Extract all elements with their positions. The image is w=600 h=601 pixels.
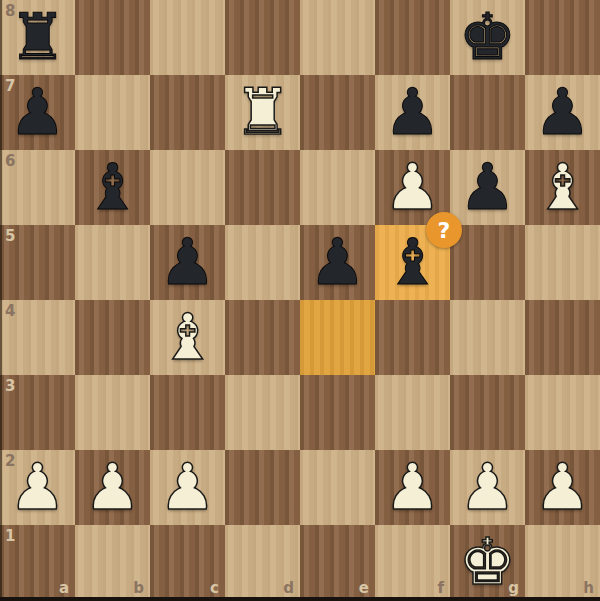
- square-c3[interactable]: [150, 375, 225, 450]
- file-label-a: a: [59, 579, 69, 597]
- white-bishop[interactable]: ♝: [159, 300, 216, 375]
- square-f2[interactable]: ♟: [375, 450, 450, 525]
- square-g6[interactable]: ♟: [450, 150, 525, 225]
- board-left-edge: [0, 0, 2, 601]
- rank-label-1: 1: [5, 527, 15, 545]
- square-b4[interactable]: [75, 300, 150, 375]
- square-c8[interactable]: [150, 0, 225, 75]
- black-bishop[interactable]: ♝: [84, 150, 141, 225]
- square-e7[interactable]: [300, 75, 375, 150]
- square-f8[interactable]: [375, 0, 450, 75]
- square-h8[interactable]: [525, 0, 600, 75]
- black-pawn[interactable]: ♟: [534, 75, 591, 150]
- square-b2[interactable]: ♟: [75, 450, 150, 525]
- black-pawn[interactable]: ♟: [9, 75, 66, 150]
- square-d2[interactable]: [225, 450, 300, 525]
- black-pawn[interactable]: ♟: [384, 75, 441, 150]
- chess-app: 8♜♚7♟♜♟♟6♝♟♟♝5♟♟♝4♝32♟♟♟♟♟♟1abcdefg♚h ?: [0, 0, 600, 601]
- square-g8[interactable]: ♚: [450, 0, 525, 75]
- square-e6[interactable]: [300, 150, 375, 225]
- white-rook[interactable]: ♜: [234, 75, 291, 150]
- square-h5[interactable]: [525, 225, 600, 300]
- square-h1[interactable]: h: [525, 525, 600, 600]
- square-b5[interactable]: [75, 225, 150, 300]
- file-label-b: b: [133, 579, 144, 597]
- square-d4[interactable]: [225, 300, 300, 375]
- square-h2[interactable]: ♟: [525, 450, 600, 525]
- square-d6[interactable]: [225, 150, 300, 225]
- black-rook[interactable]: ♜: [9, 0, 66, 75]
- square-g3[interactable]: [450, 375, 525, 450]
- square-a2[interactable]: 2♟: [0, 450, 75, 525]
- square-e8[interactable]: [300, 0, 375, 75]
- square-b8[interactable]: [75, 0, 150, 75]
- white-king[interactable]: ♚: [459, 525, 516, 600]
- square-e5[interactable]: ♟: [300, 225, 375, 300]
- square-e4[interactable]: [300, 300, 375, 375]
- white-pawn[interactable]: ♟: [9, 450, 66, 525]
- white-pawn[interactable]: ♟: [84, 450, 141, 525]
- square-g2[interactable]: ♟: [450, 450, 525, 525]
- black-pawn[interactable]: ♟: [459, 150, 516, 225]
- file-label-d: d: [283, 579, 294, 597]
- square-c2[interactable]: ♟: [150, 450, 225, 525]
- square-a7[interactable]: 7♟: [0, 75, 75, 150]
- file-label-c: c: [210, 579, 219, 597]
- white-pawn[interactable]: ♟: [384, 450, 441, 525]
- white-pawn[interactable]: ♟: [459, 450, 516, 525]
- square-c7[interactable]: [150, 75, 225, 150]
- black-pawn[interactable]: ♟: [159, 225, 216, 300]
- square-a1[interactable]: 1a: [0, 525, 75, 600]
- square-e3[interactable]: [300, 375, 375, 450]
- square-g4[interactable]: [450, 300, 525, 375]
- square-d5[interactable]: [225, 225, 300, 300]
- rank-label-5: 5: [5, 227, 15, 245]
- square-g7[interactable]: [450, 75, 525, 150]
- board-bottom-edge: [0, 597, 600, 601]
- rank-label-4: 4: [5, 302, 15, 320]
- mistake-badge: ?: [426, 212, 462, 248]
- square-f3[interactable]: [375, 375, 450, 450]
- black-king[interactable]: ♚: [459, 0, 516, 75]
- white-pawn[interactable]: ♟: [384, 150, 441, 225]
- square-a6[interactable]: 6: [0, 150, 75, 225]
- file-label-e: e: [359, 579, 369, 597]
- rank-label-6: 6: [5, 152, 15, 170]
- black-pawn[interactable]: ♟: [309, 225, 366, 300]
- square-b3[interactable]: [75, 375, 150, 450]
- square-a5[interactable]: 5: [0, 225, 75, 300]
- square-a3[interactable]: 3: [0, 375, 75, 450]
- square-h6[interactable]: ♝: [525, 150, 600, 225]
- square-a8[interactable]: 8♜: [0, 0, 75, 75]
- square-g5[interactable]: [450, 225, 525, 300]
- white-pawn[interactable]: ♟: [159, 450, 216, 525]
- square-d3[interactable]: [225, 375, 300, 450]
- square-b7[interactable]: [75, 75, 150, 150]
- square-h4[interactable]: [525, 300, 600, 375]
- square-c6[interactable]: [150, 150, 225, 225]
- file-label-f: f: [437, 579, 444, 597]
- square-a4[interactable]: 4: [0, 300, 75, 375]
- square-c1[interactable]: c: [150, 525, 225, 600]
- square-f1[interactable]: f: [375, 525, 450, 600]
- square-g1[interactable]: g♚: [450, 525, 525, 600]
- square-c4[interactable]: ♝: [150, 300, 225, 375]
- chess-board: 8♜♚7♟♜♟♟6♝♟♟♝5♟♟♝4♝32♟♟♟♟♟♟1abcdefg♚h: [0, 0, 600, 600]
- white-bishop[interactable]: ♝: [534, 150, 591, 225]
- square-h7[interactable]: ♟: [525, 75, 600, 150]
- square-f7[interactable]: ♟: [375, 75, 450, 150]
- square-d8[interactable]: [225, 0, 300, 75]
- white-pawn[interactable]: ♟: [534, 450, 591, 525]
- square-c5[interactable]: ♟: [150, 225, 225, 300]
- rank-label-3: 3: [5, 377, 15, 395]
- square-e1[interactable]: e: [300, 525, 375, 600]
- file-label-h: h: [583, 579, 594, 597]
- square-d1[interactable]: d: [225, 525, 300, 600]
- square-d7[interactable]: ♜: [225, 75, 300, 150]
- square-f4[interactable]: [375, 300, 450, 375]
- square-h3[interactable]: [525, 375, 600, 450]
- square-b6[interactable]: ♝: [75, 150, 150, 225]
- square-e2[interactable]: [300, 450, 375, 525]
- square-b1[interactable]: b: [75, 525, 150, 600]
